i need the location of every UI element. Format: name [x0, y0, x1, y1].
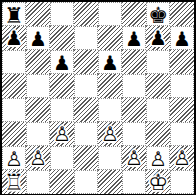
square-h1[interactable]: [170, 170, 194, 194]
square-f7[interactable]: ♟♟: [122, 26, 146, 50]
black-pawn: ♟: [51, 51, 73, 73]
square-h7[interactable]: ♟♟: [170, 26, 194, 50]
square-e4[interactable]: [98, 98, 122, 122]
square-e2[interactable]: [98, 146, 122, 170]
white-pawn-halo: ♟: [147, 147, 169, 169]
square-f4[interactable]: [122, 98, 146, 122]
square-b7[interactable]: ♟♟: [26, 26, 50, 50]
square-h4[interactable]: [170, 98, 194, 122]
white-king: ♔: [146, 170, 170, 194]
square-a2[interactable]: ♟♙: [2, 146, 26, 170]
black-pawn: ♟: [99, 51, 121, 73]
square-d2[interactable]: [74, 146, 98, 170]
square-c3[interactable]: ♟♙: [50, 122, 74, 146]
square-a8[interactable]: ♜♜: [2, 2, 26, 26]
square-c7[interactable]: [50, 26, 74, 50]
square-a4[interactable]: [2, 98, 26, 122]
square-f3[interactable]: [122, 122, 146, 146]
square-b5[interactable]: [26, 74, 50, 98]
square-c4[interactable]: [50, 98, 74, 122]
chess-board: ♜♜♚♚♟♟♟♟♟♟♟♟♟♟♟♟♟♟♟♙♟♙♟♙♟♙♟♙♟♙♟♙♜♖♚♔: [0, 0, 196, 195]
white-pawn: ♙: [26, 146, 50, 170]
white-pawn: ♙: [147, 147, 169, 169]
square-d8[interactable]: [74, 2, 98, 26]
square-f6[interactable]: [122, 50, 146, 74]
black-pawn-halo: ♟: [171, 27, 193, 49]
black-pawn-halo: ♟: [123, 27, 145, 49]
square-b3[interactable]: [26, 122, 50, 146]
square-f5[interactable]: [122, 74, 146, 98]
square-e5[interactable]: [98, 74, 122, 98]
square-g6[interactable]: [146, 50, 170, 74]
white-pawn: ♙: [3, 147, 25, 169]
white-pawn-halo: ♟: [50, 122, 74, 146]
square-g7[interactable]: ♟♟: [146, 26, 170, 50]
square-g8[interactable]: ♚♚: [146, 2, 170, 26]
square-a5[interactable]: [2, 74, 26, 98]
square-d1[interactable]: [74, 170, 98, 194]
white-pawn-halo: ♟: [170, 146, 194, 170]
square-b4[interactable]: [26, 98, 50, 122]
square-g2[interactable]: ♟♙: [146, 146, 170, 170]
square-e6[interactable]: ♟♟: [98, 50, 122, 74]
white-pawn: ♙: [98, 122, 122, 146]
square-d4[interactable]: [74, 98, 98, 122]
white-king-halo: ♚: [146, 170, 170, 194]
black-pawn: ♟: [123, 27, 145, 49]
square-e7[interactable]: [98, 26, 122, 50]
black-pawn-halo: ♟: [27, 27, 49, 49]
square-c5[interactable]: [50, 74, 74, 98]
white-pawn: ♙: [170, 146, 194, 170]
square-h6[interactable]: [170, 50, 194, 74]
square-e1[interactable]: [98, 170, 122, 194]
white-pawn: ♙: [122, 146, 146, 170]
square-h8[interactable]: [170, 2, 194, 26]
square-c6[interactable]: ♟♟: [50, 50, 74, 74]
black-pawn-halo: ♟: [146, 26, 170, 50]
square-e3[interactable]: ♟♙: [98, 122, 122, 146]
square-g5[interactable]: [146, 74, 170, 98]
square-f2[interactable]: ♟♙: [122, 146, 146, 170]
black-king-halo: ♚: [147, 3, 169, 25]
black-pawn: ♟: [27, 27, 49, 49]
black-king: ♚: [147, 3, 169, 25]
black-rook: ♜: [3, 3, 25, 25]
white-pawn-halo: ♟: [26, 146, 50, 170]
square-e8[interactable]: [98, 2, 122, 26]
square-d3[interactable]: [74, 122, 98, 146]
square-a1[interactable]: ♜♖: [2, 170, 26, 194]
square-b8[interactable]: [26, 2, 50, 26]
square-b6[interactable]: [26, 50, 50, 74]
square-a6[interactable]: [2, 50, 26, 74]
square-a7[interactable]: ♟♟: [2, 26, 26, 50]
black-pawn: ♟: [2, 26, 26, 50]
square-d5[interactable]: [74, 74, 98, 98]
square-a3[interactable]: [2, 122, 26, 146]
black-pawn-halo: ♟: [99, 51, 121, 73]
square-g1[interactable]: ♚♔: [146, 170, 170, 194]
square-f1[interactable]: [122, 170, 146, 194]
black-pawn: ♟: [146, 26, 170, 50]
square-h3[interactable]: [170, 122, 194, 146]
square-d7[interactable]: [74, 26, 98, 50]
black-pawn-halo: ♟: [2, 26, 26, 50]
square-b2[interactable]: ♟♙: [26, 146, 50, 170]
square-h2[interactable]: ♟♙: [170, 146, 194, 170]
square-d6[interactable]: [74, 50, 98, 74]
square-f8[interactable]: [122, 2, 146, 26]
white-rook-halo: ♜: [2, 170, 26, 194]
white-pawn-halo: ♟: [122, 146, 146, 170]
black-pawn-halo: ♟: [51, 51, 73, 73]
square-c2[interactable]: [50, 146, 74, 170]
white-pawn: ♙: [50, 122, 74, 146]
square-c8[interactable]: [50, 2, 74, 26]
white-pawn-halo: ♟: [3, 147, 25, 169]
square-c1[interactable]: [50, 170, 74, 194]
black-rook-halo: ♜: [3, 3, 25, 25]
square-b1[interactable]: [26, 170, 50, 194]
white-pawn-halo: ♟: [98, 122, 122, 146]
square-h5[interactable]: [170, 74, 194, 98]
square-g4[interactable]: [146, 98, 170, 122]
white-rook: ♖: [2, 170, 26, 194]
black-pawn: ♟: [171, 27, 193, 49]
square-g3[interactable]: [146, 122, 170, 146]
